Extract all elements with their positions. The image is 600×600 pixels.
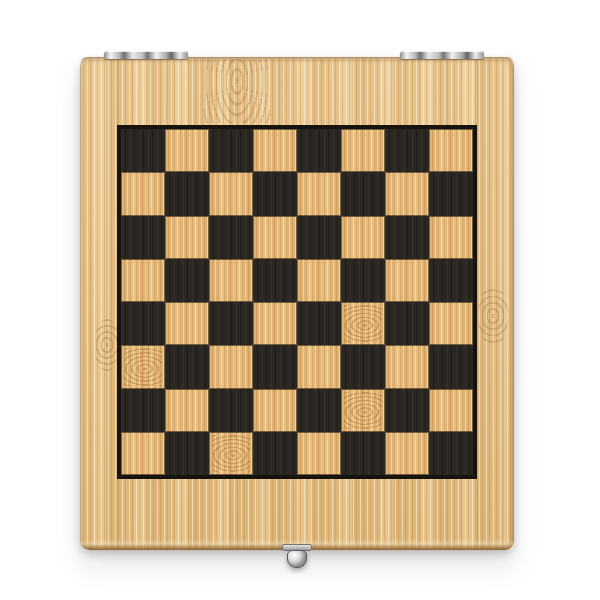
- square-f7: [341, 172, 385, 215]
- square-d7: [253, 172, 297, 215]
- square-h5: [429, 259, 473, 302]
- square-e7: [297, 172, 341, 215]
- square-g5: [385, 259, 429, 302]
- square-d3: [253, 345, 297, 388]
- square-h3: [429, 345, 473, 388]
- square-g1: [385, 432, 429, 475]
- square-d6: [253, 216, 297, 259]
- square-e2: [297, 389, 341, 432]
- square-b2: [165, 389, 209, 432]
- square-f5: [341, 259, 385, 302]
- square-d5: [253, 259, 297, 302]
- square-d1: [253, 432, 297, 475]
- square-c2: [209, 389, 253, 432]
- square-c1: [209, 432, 253, 475]
- square-e4: [297, 302, 341, 345]
- square-g3: [385, 345, 429, 388]
- square-g6: [385, 216, 429, 259]
- square-e5: [297, 259, 341, 302]
- right-hinge-icon: [400, 51, 484, 59]
- square-a3: [121, 345, 165, 388]
- square-a5: [121, 259, 165, 302]
- square-b5: [165, 259, 209, 302]
- square-h7: [429, 172, 473, 215]
- square-f8: [341, 129, 385, 172]
- square-c7: [209, 172, 253, 215]
- square-a6: [121, 216, 165, 259]
- square-b8: [165, 129, 209, 172]
- square-h8: [429, 129, 473, 172]
- square-e8: [297, 129, 341, 172]
- square-f1: [341, 432, 385, 475]
- chess-board: [117, 125, 477, 479]
- square-a1: [121, 432, 165, 475]
- square-h2: [429, 389, 473, 432]
- square-c8: [209, 129, 253, 172]
- square-c5: [209, 259, 253, 302]
- square-c3: [209, 345, 253, 388]
- square-g4: [385, 302, 429, 345]
- square-h4: [429, 302, 473, 345]
- wood-seam-right: [477, 57, 478, 550]
- square-b7: [165, 172, 209, 215]
- wood-grain-patch-top: [204, 59, 270, 123]
- square-d8: [253, 129, 297, 172]
- square-e1: [297, 432, 341, 475]
- square-b1: [165, 432, 209, 475]
- square-f6: [341, 216, 385, 259]
- square-a7: [121, 172, 165, 215]
- square-e3: [297, 345, 341, 388]
- square-g8: [385, 129, 429, 172]
- square-d2: [253, 389, 297, 432]
- product-photo-scene: [0, 0, 600, 600]
- square-e6: [297, 216, 341, 259]
- square-b3: [165, 345, 209, 388]
- square-f4: [341, 302, 385, 345]
- chess-board-grid: [121, 129, 473, 475]
- square-b4: [165, 302, 209, 345]
- square-a2: [121, 389, 165, 432]
- clasp-knob-icon: [287, 550, 307, 568]
- square-h1: [429, 432, 473, 475]
- left-hinge-icon: [104, 51, 188, 59]
- chess-box: [80, 57, 514, 550]
- square-g7: [385, 172, 429, 215]
- clasp-latch: [284, 546, 310, 570]
- square-h6: [429, 216, 473, 259]
- square-a4: [121, 302, 165, 345]
- square-f2: [341, 389, 385, 432]
- square-g2: [385, 389, 429, 432]
- square-d4: [253, 302, 297, 345]
- square-a8: [121, 129, 165, 172]
- square-c6: [209, 216, 253, 259]
- square-c4: [209, 302, 253, 345]
- square-b6: [165, 216, 209, 259]
- square-f3: [341, 345, 385, 388]
- wood-knot-right: [478, 285, 508, 347]
